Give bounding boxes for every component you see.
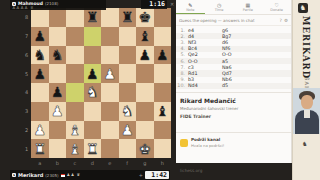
square-a8[interactable] <box>31 8 49 27</box>
square-b2[interactable] <box>49 121 67 140</box>
square-h7[interactable] <box>154 27 172 46</box>
square-f7[interactable] <box>119 27 137 46</box>
file-labels: abcdefgh <box>31 159 171 168</box>
move-number: 7. <box>176 65 188 70</box>
square-h4[interactable] <box>154 83 172 102</box>
square-b5[interactable] <box>49 64 67 83</box>
piece-white-n[interactable]: ♞ <box>121 104 134 118</box>
square-g5[interactable] <box>136 64 154 83</box>
square-h3[interactable]: ♝ <box>154 102 172 121</box>
square-f4[interactable] <box>119 83 137 102</box>
piece-white-p[interactable]: ♟ <box>51 104 64 118</box>
square-f1[interactable] <box>119 139 137 158</box>
square-d4[interactable]: ♞ <box>84 83 102 102</box>
move-san[interactable]: Rd1 <box>188 71 222 76</box>
rank-label-7: 7 <box>23 27 30 46</box>
support-line1: Podrži kanal <box>191 137 224 142</box>
square-e4[interactable] <box>101 83 119 102</box>
piece-black-n[interactable]: ♞ <box>51 47 64 61</box>
file-label-g: g <box>136 159 154 168</box>
piece-black-p[interactable]: ♟ <box>138 47 151 61</box>
move-san[interactable]: Bg7 <box>222 34 256 39</box>
square-a6[interactable]: ♞ <box>31 46 49 65</box>
square-h1[interactable] <box>154 139 172 158</box>
square-h8[interactable] <box>154 8 172 27</box>
side-panel: ✎Note◷Time▦Partie♡Donate Guess the openi… <box>176 0 292 163</box>
square-g7[interactable]: ♝ <box>136 27 154 46</box>
move-number: 5. <box>176 52 188 57</box>
square-c8[interactable] <box>66 8 84 27</box>
rank-label-6: 6 <box>23 46 30 65</box>
square-d6[interactable] <box>84 46 102 65</box>
move-number: 2. <box>176 34 188 39</box>
square-d3[interactable] <box>84 102 102 121</box>
square-a1[interactable]: ♜ <box>31 139 49 158</box>
move-san[interactable]: Nf3 <box>188 40 222 45</box>
square-e7[interactable] <box>101 27 119 46</box>
tab-partie[interactable]: ▦Partie <box>234 0 263 14</box>
move-san[interactable]: Bc4 <box>188 46 222 51</box>
square-c1[interactable]: ♝ <box>66 139 84 158</box>
close-icon[interactable]: ✕ <box>170 1 174 7</box>
move-san[interactable]: d6 <box>222 40 256 45</box>
rank-label-8: 8 <box>23 8 30 27</box>
move-san[interactable]: b3 <box>188 77 222 82</box>
chess-board[interactable]: ♜♜♚♟♝♞♞♟♟♟♟♟♟♞♟♞♝♟♝♟♜♝♜♚ <box>31 8 171 158</box>
move-san[interactable]: Na6 <box>222 65 256 70</box>
square-g1[interactable]: ♚ <box>136 139 154 158</box>
square-g3[interactable] <box>136 102 154 121</box>
banner-knight-mark: ♞ <box>302 140 307 147</box>
move-san[interactable]: Nd4 <box>188 83 222 88</box>
piece-black-b[interactable]: ♝ <box>156 104 169 118</box>
file-label-a: a <box>31 159 49 168</box>
move-san[interactable]: Nb6 <box>222 77 256 82</box>
square-d8[interactable]: ♜ <box>84 8 102 27</box>
tab-label: Time <box>215 8 224 12</box>
piece-black-p[interactable]: ♟ <box>33 29 46 43</box>
move-number: 1. <box>176 28 188 33</box>
tab-time[interactable]: ◷Time <box>205 0 234 14</box>
move-san[interactable]: e4 <box>188 28 222 33</box>
top-player-rating: (2108) <box>45 1 58 6</box>
piece-black-r[interactable]: ♜ <box>121 10 134 24</box>
piece-white-p[interactable]: ♟ <box>33 122 46 136</box>
square-g6[interactable]: ♟ <box>136 46 154 65</box>
move-san[interactable]: c3 <box>188 65 222 70</box>
file-label-d: d <box>84 159 102 168</box>
piece-white-k[interactable]: ♚ <box>138 141 151 155</box>
move-number: 8. <box>176 71 188 76</box>
piece-black-p[interactable]: ♟ <box>156 47 169 61</box>
square-g8[interactable]: ♚ <box>136 8 154 27</box>
square-a2[interactable]: ♟ <box>31 121 49 140</box>
piece-black-p[interactable]: ♟ <box>86 66 99 80</box>
square-d5[interactable]: ♟ <box>84 64 102 83</box>
rank-label-2: 2 <box>23 121 30 140</box>
streamer-name: Rikard Medančić <box>180 97 287 104</box>
square-d1[interactable]: ♜ <box>84 139 102 158</box>
square-a7[interactable]: ♟ <box>31 27 49 46</box>
square-e5[interactable]: ♟ <box>101 64 119 83</box>
streamer-photo <box>293 88 320 134</box>
channel-name-vertical: MERIKARD <box>301 16 311 80</box>
help-icon[interactable]: ? <box>280 18 282 23</box>
streamer-title: FIDE Trainer <box>180 114 287 119</box>
tab-label: Donate <box>270 8 283 12</box>
top-captured-pieces: ♙♙♙♙ ♕ <box>12 6 104 10</box>
photo-collar <box>304 110 310 118</box>
top-player-bar: ♞ Mahmoud (2108) ♙♙♙♙ ♕ <box>10 0 106 10</box>
square-c7[interactable] <box>66 27 84 46</box>
file-label-f: f <box>119 159 137 168</box>
support-box[interactable]: Podrži kanal Hvala na podršci! <box>176 132 291 152</box>
square-f6[interactable] <box>119 46 137 65</box>
move-san[interactable]: O-O <box>188 59 222 64</box>
move-san[interactable]: Nf6 <box>222 46 256 51</box>
top-player-clock: 1:16 <box>141 0 167 9</box>
square-f2[interactable]: ♟ <box>119 121 137 140</box>
square-f3[interactable]: ♞ <box>119 102 137 121</box>
square-b1[interactable] <box>49 139 67 158</box>
square-e3[interactable] <box>101 102 119 121</box>
tab-label: Partie <box>243 8 253 12</box>
square-f8[interactable]: ♜ <box>119 8 137 27</box>
piece-black-p[interactable]: ♟ <box>51 85 64 99</box>
square-g2[interactable] <box>136 121 154 140</box>
photo-face <box>301 95 313 109</box>
square-b3[interactable]: ♟ <box>49 102 67 121</box>
square-d7[interactable] <box>84 27 102 46</box>
move-number: 10. <box>176 83 188 88</box>
tab-note[interactable]: ✎Note <box>176 0 205 14</box>
square-c6[interactable] <box>66 46 84 65</box>
square-f5[interactable] <box>119 64 137 83</box>
piece-white-n[interactable]: ♞ <box>86 85 99 99</box>
square-e6[interactable] <box>101 46 119 65</box>
square-c3[interactable] <box>66 102 84 121</box>
piece-white-r[interactable]: ♜ <box>33 141 46 155</box>
piece-white-b[interactable]: ♝ <box>68 141 81 155</box>
bottom-captured-pieces: ♟♟ ♛ <box>67 173 81 177</box>
square-e2[interactable] <box>101 121 119 140</box>
square-e1[interactable] <box>101 139 119 158</box>
bottom-player-rating: (2305) <box>45 173 58 178</box>
square-a4[interactable] <box>31 83 49 102</box>
piece-black-k[interactable]: ♚ <box>138 10 151 24</box>
square-e8[interactable] <box>101 8 119 27</box>
move-san[interactable]: d5 <box>222 83 256 88</box>
move-number: 6. <box>176 59 188 64</box>
bottom-player-clock: 1:42 <box>145 171 169 179</box>
square-c4[interactable] <box>66 83 84 102</box>
move-san[interactable]: d4 <box>188 34 222 39</box>
panel-tabs: ✎Note◷Time▦Partie♡Donate <box>176 0 291 15</box>
subheader-text: Guess the opening — answers in chat <box>179 18 278 23</box>
square-b6[interactable]: ♞ <box>49 46 67 65</box>
plus-icon[interactable]: + <box>139 172 143 178</box>
move-san[interactable]: Qd7 <box>222 71 256 76</box>
piece-white-p[interactable]: ♟ <box>103 66 116 80</box>
file-label-e: e <box>101 159 119 168</box>
rank-labels: 87654321 <box>23 8 30 158</box>
rank-label-1: 1 <box>23 139 30 158</box>
piece-white-p[interactable]: ♟ <box>121 122 134 136</box>
rank-label-3: 3 <box>23 102 30 121</box>
file-label-b: b <box>49 159 67 168</box>
tab-donate[interactable]: ♡Donate <box>262 0 291 14</box>
move-san[interactable]: Qe2 <box>188 52 222 57</box>
square-d2[interactable] <box>84 121 102 140</box>
move-san[interactable]: O-O <box>222 52 256 57</box>
piece-white-r[interactable]: ♜ <box>86 141 99 155</box>
gear-icon[interactable]: ⚙ <box>284 18 288 23</box>
bottom-player-avatar: ♞ <box>12 173 16 177</box>
square-h5[interactable] <box>154 64 172 83</box>
panel-footer-text: lichess.org <box>180 168 202 173</box>
move-number: 9. <box>176 77 188 82</box>
file-label-h: h <box>154 159 172 168</box>
tab-label: Note <box>186 8 194 12</box>
support-icon <box>180 139 188 147</box>
square-a3[interactable] <box>31 102 49 121</box>
move-number: 3. <box>176 40 188 45</box>
move-list[interactable]: 1.e4g62.d4Bg73.Nf3d64.Bc4Nf65.Qe2O-O6.O-… <box>176 26 291 92</box>
move-san[interactable]: a5 <box>222 59 256 64</box>
move-row[interactable]: 10.Nd4d5 <box>176 83 291 89</box>
channel-banner: ♞ MERIKARD ŠAH ♞ <box>292 0 320 180</box>
square-g4[interactable] <box>136 83 154 102</box>
support-line2: Hvala na podršci! <box>191 143 224 148</box>
move-number: 4. <box>176 46 188 51</box>
streamer-card: Rikard Medančić Međunarodni šahovski tre… <box>176 92 291 132</box>
move-san[interactable]: g6 <box>222 28 256 33</box>
piece-black-b[interactable]: ♝ <box>138 29 151 43</box>
square-b8[interactable] <box>49 8 67 27</box>
streamer-subtitle: Međunarodni šahovski trener <box>180 106 287 111</box>
square-a5[interactable]: ♟ <box>31 64 49 83</box>
square-c5[interactable] <box>66 64 84 83</box>
piece-black-r[interactable]: ♜ <box>86 10 99 24</box>
panel-subheader: Guess the opening — answers in chat ? ⚙ <box>176 15 291 26</box>
piece-white-b[interactable]: ♝ <box>68 122 81 136</box>
bottom-player-bar: ♞ Merikard (2305) ♟♟ ♛ + 1:42 <box>10 170 170 180</box>
file-label-c: c <box>66 159 84 168</box>
piece-black-n[interactable]: ♞ <box>33 47 46 61</box>
bottom-player-name[interactable]: Merikard <box>18 172 43 178</box>
square-h6[interactable]: ♟ <box>154 46 172 65</box>
square-b7[interactable] <box>49 27 67 46</box>
rank-label-5: 5 <box>23 64 30 83</box>
piece-black-p[interactable]: ♟ <box>33 66 46 80</box>
flag-icon <box>61 174 65 177</box>
channel-logo-icon: ♞ <box>298 3 308 13</box>
square-c2[interactable]: ♝ <box>66 121 84 140</box>
square-h2[interactable] <box>154 121 172 140</box>
rank-label-4: 4 <box>23 83 30 102</box>
square-b4[interactable]: ♟ <box>49 83 67 102</box>
